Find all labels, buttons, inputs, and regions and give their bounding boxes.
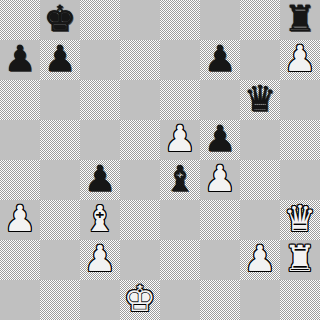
square-b8[interactable]: ♚ (40, 0, 80, 40)
square-d8[interactable] (120, 0, 160, 40)
square-a5[interactable] (0, 120, 40, 160)
square-h1[interactable] (280, 280, 320, 320)
square-d6[interactable] (120, 80, 160, 120)
square-f7[interactable]: ♟ (200, 40, 240, 80)
square-e3[interactable] (160, 200, 200, 240)
square-a8[interactable] (0, 0, 40, 40)
white-pawn-icon: ♟ (164, 119, 196, 159)
square-c1[interactable] (80, 280, 120, 320)
square-b6[interactable] (40, 80, 80, 120)
square-c5[interactable] (80, 120, 120, 160)
white-pawn-icon: ♟ (204, 159, 236, 199)
black-bishop-icon: ♝ (164, 159, 196, 199)
square-f6[interactable] (200, 80, 240, 120)
square-a3[interactable]: ♟ (0, 200, 40, 240)
square-d5[interactable] (120, 120, 160, 160)
black-pawn-icon: ♟ (84, 159, 116, 199)
square-d7[interactable] (120, 40, 160, 80)
square-h3[interactable]: ♛ (280, 200, 320, 240)
square-g2[interactable]: ♟ (240, 240, 280, 280)
square-g8[interactable] (240, 0, 280, 40)
square-a2[interactable] (0, 240, 40, 280)
square-a4[interactable] (0, 160, 40, 200)
square-d4[interactable] (120, 160, 160, 200)
square-a7[interactable]: ♟ (0, 40, 40, 80)
white-queen-icon: ♛ (284, 199, 316, 239)
square-d3[interactable] (120, 200, 160, 240)
square-b4[interactable] (40, 160, 80, 200)
square-c4[interactable]: ♟ (80, 160, 120, 200)
square-h5[interactable] (280, 120, 320, 160)
black-pawn-icon: ♟ (204, 39, 236, 79)
black-king-icon: ♚ (44, 0, 76, 39)
square-d1[interactable]: ♚ (120, 280, 160, 320)
square-b1[interactable] (40, 280, 80, 320)
white-pawn-icon: ♟ (84, 239, 116, 279)
square-e6[interactable] (160, 80, 200, 120)
square-g6[interactable]: ♛ (240, 80, 280, 120)
black-pawn-icon: ♟ (44, 39, 76, 79)
square-f4[interactable]: ♟ (200, 160, 240, 200)
white-pawn-icon: ♟ (4, 199, 36, 239)
square-g4[interactable] (240, 160, 280, 200)
square-g3[interactable] (240, 200, 280, 240)
square-a6[interactable] (0, 80, 40, 120)
square-a1[interactable] (0, 280, 40, 320)
white-king-icon: ♚ (124, 279, 156, 319)
square-h2[interactable]: ♜ (280, 240, 320, 280)
square-f5[interactable]: ♟ (200, 120, 240, 160)
white-pawn-icon: ♟ (284, 39, 316, 79)
square-b2[interactable] (40, 240, 80, 280)
square-b5[interactable] (40, 120, 80, 160)
square-d2[interactable] (120, 240, 160, 280)
black-queen-icon: ♛ (244, 79, 276, 119)
black-pawn-icon: ♟ (4, 39, 36, 79)
black-rook-icon: ♜ (284, 0, 316, 39)
square-c2[interactable]: ♟ (80, 240, 120, 280)
white-pawn-icon: ♟ (244, 239, 276, 279)
black-pawn-icon: ♟ (204, 119, 236, 159)
square-h8[interactable]: ♜ (280, 0, 320, 40)
square-h4[interactable] (280, 160, 320, 200)
square-b3[interactable] (40, 200, 80, 240)
square-e1[interactable] (160, 280, 200, 320)
square-g1[interactable] (240, 280, 280, 320)
white-bishop-icon: ♝ (84, 199, 116, 239)
white-rook-icon: ♜ (284, 239, 316, 279)
square-f1[interactable] (200, 280, 240, 320)
square-h6[interactable] (280, 80, 320, 120)
square-g5[interactable] (240, 120, 280, 160)
square-e2[interactable] (160, 240, 200, 280)
square-c6[interactable] (80, 80, 120, 120)
chess-board: ♚♜♟♟♟♟♛♟♟♟♝♟♟♝♛♟♟♜♚ (0, 0, 320, 320)
square-f8[interactable] (200, 0, 240, 40)
square-e5[interactable]: ♟ (160, 120, 200, 160)
square-c7[interactable] (80, 40, 120, 80)
square-b7[interactable]: ♟ (40, 40, 80, 80)
square-c3[interactable]: ♝ (80, 200, 120, 240)
square-f2[interactable] (200, 240, 240, 280)
square-e7[interactable] (160, 40, 200, 80)
square-h7[interactable]: ♟ (280, 40, 320, 80)
square-e4[interactable]: ♝ (160, 160, 200, 200)
square-e8[interactable] (160, 0, 200, 40)
square-c8[interactable] (80, 0, 120, 40)
square-f3[interactable] (200, 200, 240, 240)
square-g7[interactable] (240, 40, 280, 80)
